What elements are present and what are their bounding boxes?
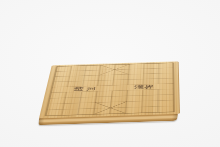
xiangqi-board: 楚河 漢界 [39, 61, 180, 118]
file-lines-near-half [62, 89, 159, 115]
river-text-han-jie: 漢界 [134, 84, 155, 90]
board-3d-assembly: 楚河 漢界 [0, 0, 220, 147]
river-text-chu-he: 楚河 [73, 86, 100, 93]
photo-background: 楚河 漢界 [0, 0, 220, 147]
